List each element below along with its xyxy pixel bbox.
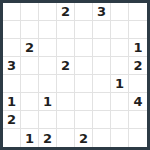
empty-cell[interactable] — [39, 111, 57, 129]
empty-cell[interactable] — [93, 21, 111, 39]
empty-cell[interactable] — [111, 129, 129, 147]
empty-cell[interactable] — [21, 57, 39, 75]
empty-cell[interactable] — [93, 111, 111, 129]
clue-cell[interactable]: 2 — [39, 129, 57, 147]
clue-cell[interactable]: 2 — [3, 111, 21, 129]
empty-cell[interactable] — [111, 93, 129, 111]
empty-cell[interactable] — [21, 21, 39, 39]
empty-cell[interactable] — [3, 3, 21, 21]
puzzle-screenshot: 232132211142122 — [0, 0, 150, 150]
empty-cell[interactable] — [3, 21, 21, 39]
clue-cell[interactable]: 2 — [57, 57, 75, 75]
empty-cell[interactable] — [57, 21, 75, 39]
empty-cell[interactable] — [111, 57, 129, 75]
empty-cell[interactable] — [21, 93, 39, 111]
empty-cell[interactable] — [129, 75, 147, 93]
empty-cell[interactable] — [129, 111, 147, 129]
empty-cell[interactable] — [93, 129, 111, 147]
empty-cell[interactable] — [75, 3, 93, 21]
empty-cell[interactable] — [57, 129, 75, 147]
empty-cell[interactable] — [129, 129, 147, 147]
empty-cell[interactable] — [57, 111, 75, 129]
empty-cell[interactable] — [111, 21, 129, 39]
clue-cell[interactable]: 1 — [111, 75, 129, 93]
empty-cell[interactable] — [111, 39, 129, 57]
empty-cell[interactable] — [3, 129, 21, 147]
empty-cell[interactable] — [3, 75, 21, 93]
empty-cell[interactable] — [21, 3, 39, 21]
clue-cell[interactable]: 4 — [129, 93, 147, 111]
empty-cell[interactable] — [75, 21, 93, 39]
clue-cell[interactable]: 3 — [93, 3, 111, 21]
empty-cell[interactable] — [21, 111, 39, 129]
clue-cell[interactable]: 1 — [3, 93, 21, 111]
empty-cell[interactable] — [75, 111, 93, 129]
empty-cell[interactable] — [39, 57, 57, 75]
clue-cell[interactable]: 2 — [57, 3, 75, 21]
empty-cell[interactable] — [39, 21, 57, 39]
empty-cell[interactable] — [57, 75, 75, 93]
puzzle-board: 232132211142122 — [0, 0, 150, 150]
clue-cell[interactable]: 3 — [3, 57, 21, 75]
empty-cell[interactable] — [111, 111, 129, 129]
empty-cell[interactable] — [129, 3, 147, 21]
empty-cell[interactable] — [39, 75, 57, 93]
empty-cell[interactable] — [21, 75, 39, 93]
clue-cell[interactable]: 1 — [39, 93, 57, 111]
clue-cell[interactable]: 1 — [129, 39, 147, 57]
empty-cell[interactable] — [129, 21, 147, 39]
empty-cell[interactable] — [57, 93, 75, 111]
empty-cell[interactable] — [57, 39, 75, 57]
empty-cell[interactable] — [93, 93, 111, 111]
empty-cell[interactable] — [39, 39, 57, 57]
clue-cell[interactable]: 2 — [75, 129, 93, 147]
empty-cell[interactable] — [93, 57, 111, 75]
empty-cell[interactable] — [75, 75, 93, 93]
empty-cell[interactable] — [75, 39, 93, 57]
clue-cell[interactable]: 1 — [21, 129, 39, 147]
empty-cell[interactable] — [75, 93, 93, 111]
empty-cell[interactable] — [111, 3, 129, 21]
clue-cell[interactable]: 2 — [21, 39, 39, 57]
empty-cell[interactable] — [93, 75, 111, 93]
empty-cell[interactable] — [75, 57, 93, 75]
empty-cell[interactable] — [93, 39, 111, 57]
empty-cell[interactable] — [39, 3, 57, 21]
empty-cell[interactable] — [3, 39, 21, 57]
clue-cell[interactable]: 2 — [129, 57, 147, 75]
